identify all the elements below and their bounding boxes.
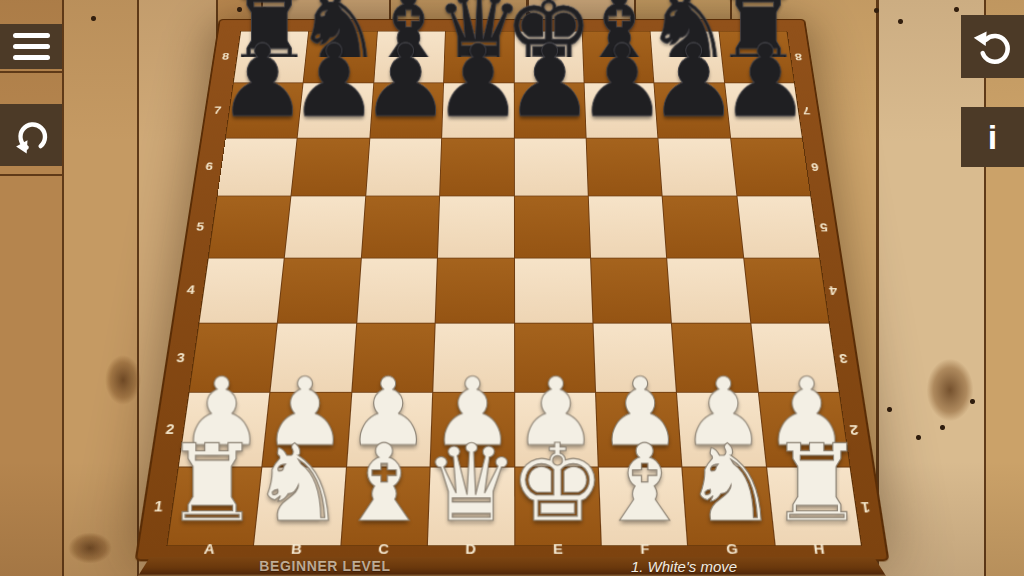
square-b6[interactable] bbox=[292, 138, 369, 195]
square-d4[interactable] bbox=[436, 258, 514, 323]
file-labels-bottom: ABCDEFGH bbox=[165, 542, 865, 559]
rotate-ccw-icon bbox=[10, 114, 52, 156]
square-a1[interactable]: ♜ bbox=[168, 467, 262, 545]
square-g6[interactable] bbox=[659, 138, 736, 195]
square-e5[interactable] bbox=[514, 196, 589, 257]
piece-white-bishop[interactable]: ♝ bbox=[337, 431, 432, 537]
square-h1[interactable]: ♜ bbox=[767, 467, 861, 545]
menu-button[interactable] bbox=[0, 24, 62, 69]
square-f1[interactable]: ♝ bbox=[599, 467, 688, 545]
square-f6[interactable] bbox=[586, 138, 661, 195]
file-label-g: G bbox=[688, 542, 777, 559]
square-g5[interactable] bbox=[663, 196, 743, 257]
board-scene: ♜♞♝♛♚♝♞♜♟♟♟♟♟♟♟♟♟♟♟♟♟♟♟♟♜♞♝♛♚♝♞♜ 8765432… bbox=[152, 0, 872, 576]
square-f4[interactable] bbox=[591, 258, 671, 323]
file-label-b: B bbox=[252, 542, 341, 559]
piece-white-knight[interactable]: ♞ bbox=[250, 431, 345, 537]
square-a6[interactable] bbox=[218, 138, 297, 195]
square-e4[interactable] bbox=[515, 258, 593, 323]
info-icon: i bbox=[988, 120, 997, 154]
square-f5[interactable] bbox=[589, 196, 667, 257]
square-g1[interactable]: ♞ bbox=[683, 467, 774, 545]
piece-white-queen[interactable]: ♛ bbox=[423, 431, 518, 537]
square-e1[interactable]: ♚ bbox=[515, 467, 601, 545]
square-a4[interactable] bbox=[199, 258, 284, 323]
undo-button[interactable] bbox=[961, 15, 1024, 78]
file-label-e: E bbox=[514, 542, 601, 559]
square-b5[interactable] bbox=[285, 196, 365, 257]
app-screen: ♜♞♝♛♚♝♞♜♟♟♟♟♟♟♟♟♟♟♟♟♟♟♟♟♜♞♝♛♚♝♞♜ 8765432… bbox=[0, 0, 1024, 576]
hamburger-icon bbox=[13, 33, 50, 38]
square-c7[interactable]: ♟ bbox=[370, 83, 443, 137]
square-b4[interactable] bbox=[278, 258, 360, 323]
status-bar: BEGINNER LEVEL 1. White's move bbox=[138, 557, 886, 576]
square-c1[interactable]: ♝ bbox=[341, 467, 429, 545]
file-label-f: F bbox=[601, 542, 689, 559]
square-h6[interactable] bbox=[731, 138, 810, 195]
undo-arrow-icon bbox=[971, 25, 1015, 69]
file-label-h: H bbox=[775, 542, 864, 559]
rotate-board-button[interactable] bbox=[0, 104, 62, 166]
square-c5[interactable] bbox=[362, 196, 440, 257]
square-c4[interactable] bbox=[357, 258, 437, 323]
info-button[interactable]: i bbox=[961, 107, 1024, 167]
square-e6[interactable] bbox=[514, 138, 587, 195]
square-g7[interactable]: ♟ bbox=[655, 83, 730, 137]
piece-white-rook[interactable]: ♜ bbox=[164, 431, 259, 537]
square-d7[interactable]: ♟ bbox=[442, 83, 513, 137]
file-label-d: D bbox=[427, 542, 514, 559]
square-d5[interactable] bbox=[438, 196, 513, 257]
level-label: BEGINNER LEVEL bbox=[259, 558, 390, 574]
move-indicator: 1. White's move bbox=[631, 558, 737, 575]
square-h5[interactable] bbox=[737, 196, 819, 257]
file-label-c: C bbox=[339, 542, 427, 559]
square-f7[interactable]: ♟ bbox=[584, 83, 657, 137]
square-d6[interactable] bbox=[440, 138, 513, 195]
square-h7[interactable]: ♟ bbox=[725, 83, 802, 137]
board-grid: ♜♞♝♛♚♝♞♜♟♟♟♟♟♟♟♟♟♟♟♟♟♟♟♟♜♞♝♛♚♝♞♜ bbox=[166, 31, 862, 547]
square-h4[interactable] bbox=[744, 258, 829, 323]
piece-white-bishop[interactable]: ♝ bbox=[596, 431, 691, 537]
piece-white-king[interactable]: ♚ bbox=[510, 431, 605, 537]
chess-board: ♜♞♝♛♚♝♞♜♟♟♟♟♟♟♟♟♟♟♟♟♟♟♟♟♜♞♝♛♚♝♞♜ 8765432… bbox=[134, 19, 889, 562]
square-c6[interactable] bbox=[366, 138, 441, 195]
square-b1[interactable]: ♞ bbox=[254, 467, 345, 545]
piece-white-knight[interactable]: ♞ bbox=[683, 431, 778, 537]
square-g4[interactable] bbox=[667, 258, 749, 323]
file-label-a: A bbox=[165, 542, 254, 559]
square-e7[interactable]: ♟ bbox=[514, 83, 585, 137]
square-d1[interactable]: ♛ bbox=[428, 467, 514, 545]
piece-white-rook[interactable]: ♜ bbox=[769, 431, 864, 537]
square-a5[interactable] bbox=[209, 196, 291, 257]
